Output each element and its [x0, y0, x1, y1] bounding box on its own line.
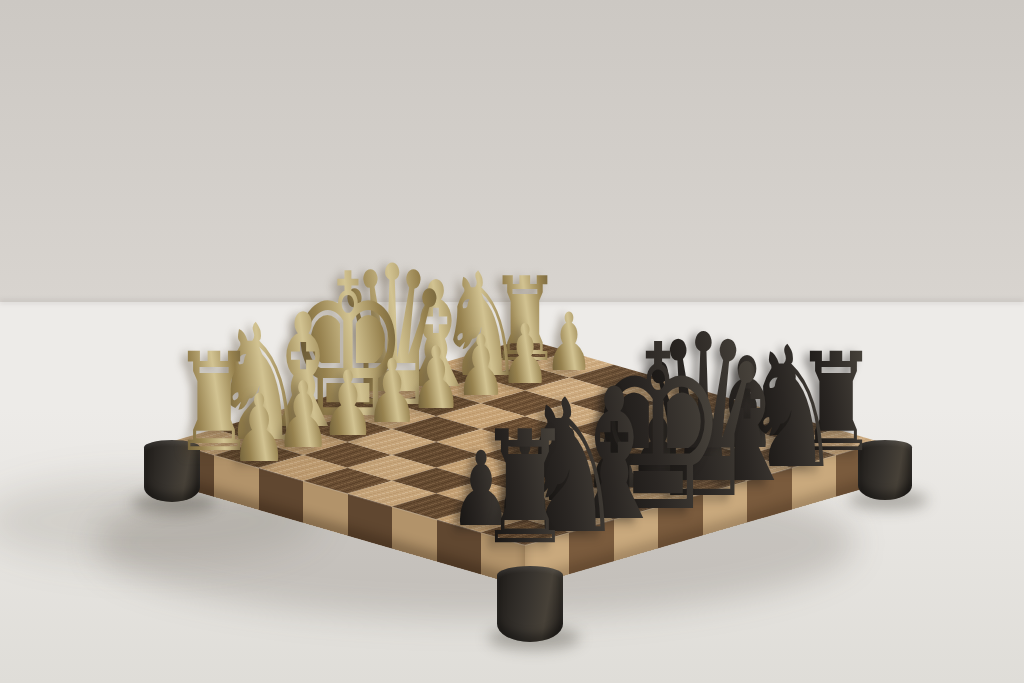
piece-white-pawn-h2: ♟ — [230, 382, 287, 476]
piece-black-rook-h8: ♜ — [477, 411, 572, 567]
chess-set-photo-scene: ♜♟♞♟♝♟♛♟♚♟♝♟♟♞♜♟♟♜♞♟♟♝♟♛♟♚♟♝♟♞♟♜ — [0, 0, 1024, 683]
